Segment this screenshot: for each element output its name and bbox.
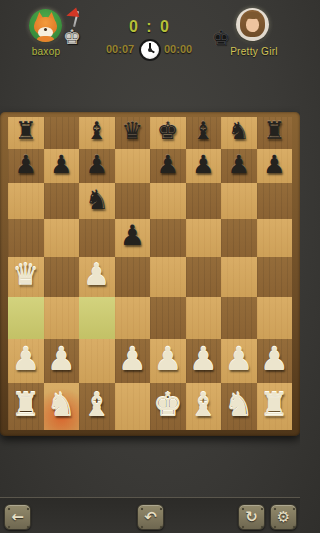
square-d6[interactable] [115,183,151,219]
square-g6[interactable] [221,183,257,219]
square-a3[interactable] [8,297,44,339]
white-pawn-c4[interactable]: ♟ [83,260,110,290]
top-bar: baxop ♚ 0 : 0 00:07 00:00 ♚ Pretty Girl [0,0,300,62]
black-pawn-e7[interactable]: ♟ [157,152,179,177]
board-squares: ♜♝♛♚♝♞♜♟♟♟♟♟♟♟♞♟♛♟♟♟♟♟♟♟♟♜♞♝♚♝♞♜ [8,117,292,430]
square-g8[interactable]: ♞ [221,117,257,149]
square-b3[interactable] [44,297,80,339]
white-score: 0 [129,18,140,35]
black-pawn-c7[interactable]: ♟ [86,152,108,177]
square-e8[interactable]: ♚ [150,117,186,149]
black-player-avatar [236,8,269,41]
square-b6[interactable] [44,183,80,219]
black-score: 0 [160,18,171,35]
undo-move-button[interactable]: ↶ [137,504,164,530]
black-pawn-b7[interactable]: ♟ [50,152,72,177]
black-pawn-d5[interactable]: ♟ [120,222,145,250]
black-knight-c6[interactable]: ♞ [85,186,109,213]
square-a2[interactable]: ♟ [8,339,44,383]
square-e4[interactable] [150,257,186,297]
white-pawn-d2[interactable]: ♟ [118,343,147,375]
chess-board-frame: ♜♝♛♚♝♞♜♟♟♟♟♟♟♟♞♟♛♟♟♟♟♟♟♟♟♜♞♝♚♝♞♜ [0,112,300,436]
square-h3[interactable] [257,297,293,339]
square-g5[interactable] [221,219,257,257]
black-queen-d8[interactable]: ♛ [121,119,143,143]
square-d4[interactable] [115,257,151,297]
white-bishop-f1[interactable]: ♝ [188,388,218,421]
square-a1[interactable]: ♜ [8,383,44,430]
square-b2[interactable]: ♟ [44,339,80,383]
white-pawn-h2[interactable]: ♟ [260,343,289,375]
square-b4[interactable] [44,257,80,297]
black-pawn-h7[interactable]: ♟ [263,152,285,177]
white-rook-a1[interactable]: ♜ [11,388,41,421]
square-e1[interactable]: ♚ [150,383,186,430]
square-d1[interactable] [115,383,151,430]
square-a7[interactable]: ♟ [8,149,44,183]
square-a6[interactable] [8,183,44,219]
square-c3[interactable] [79,297,115,339]
black-knight-g8[interactable]: ♞ [228,119,250,143]
square-f3[interactable] [186,297,222,339]
square-f6[interactable] [186,183,222,219]
square-g7[interactable]: ♟ [221,149,257,183]
white-knight-g1[interactable]: ♞ [224,388,254,421]
square-e5[interactable] [150,219,186,257]
white-rook-h1[interactable]: ♜ [259,388,289,421]
black-player-name: Pretty Girl [209,46,299,57]
square-b8[interactable] [44,117,80,149]
square-c5[interactable] [79,219,115,257]
black-rook-h8[interactable]: ♜ [263,119,285,143]
square-f2[interactable]: ♟ [186,339,222,383]
square-e3[interactable] [150,297,186,339]
black-rook-a8[interactable]: ♜ [15,119,37,143]
white-pawn-f2[interactable]: ♟ [189,343,218,375]
bottom-toolbar: ← ↶ ↻ ⚙ [0,497,300,533]
square-b1[interactable]: ♞ [44,383,80,430]
square-a5[interactable] [8,219,44,257]
black-king-e8[interactable]: ♚ [157,119,179,143]
clock-icon [139,39,161,61]
square-b7[interactable]: ♟ [44,149,80,183]
white-queen-a4[interactable]: ♛ [12,260,39,290]
square-h5[interactable] [257,219,293,257]
rotate-board-button[interactable]: ↻ [238,504,265,530]
square-d8[interactable]: ♛ [115,117,151,149]
square-a8[interactable]: ♜ [8,117,44,149]
square-c2[interactable] [79,339,115,383]
square-f1[interactable]: ♝ [186,383,222,430]
square-h4[interactable] [257,257,293,297]
square-a4[interactable]: ♛ [8,257,44,297]
rotate-icon: ↻ [245,510,258,525]
white-pawn-b2[interactable]: ♟ [47,343,76,375]
white-pawn-g2[interactable]: ♟ [224,343,253,375]
square-d3[interactable] [115,297,151,339]
square-h2[interactable]: ♟ [257,339,293,383]
square-d5[interactable]: ♟ [115,219,151,257]
square-f5[interactable] [186,219,222,257]
score-separator: : [146,18,153,35]
black-bishop-f8[interactable]: ♝ [192,119,214,143]
white-pawn-e2[interactable]: ♟ [153,343,182,375]
black-king-icon: ♚ [212,28,230,48]
square-c4[interactable]: ♟ [79,257,115,297]
back-button[interactable]: ← [4,504,31,530]
black-pawn-a7[interactable]: ♟ [15,152,37,177]
square-e6[interactable] [150,183,186,219]
back-arrow-icon: ← [11,510,24,525]
white-bishop-c1[interactable]: ♝ [82,388,112,421]
square-e7[interactable]: ♟ [150,149,186,183]
square-c8[interactable]: ♝ [79,117,115,149]
undo-icon: ↶ [144,510,157,525]
white-knight-b1[interactable]: ♞ [46,388,76,421]
square-c6[interactable]: ♞ [79,183,115,219]
white-king-e1[interactable]: ♚ [153,388,183,421]
square-h1[interactable]: ♜ [257,383,293,430]
square-f4[interactable] [186,257,222,297]
white-time: 00:07 [106,43,134,55]
square-g4[interactable] [221,257,257,297]
square-e2[interactable]: ♟ [150,339,186,383]
settings-button[interactable]: ⚙ [270,504,297,530]
square-c1[interactable]: ♝ [79,383,115,430]
square-h7[interactable]: ♟ [257,149,293,183]
black-bishop-c8[interactable]: ♝ [86,119,108,143]
black-pawn-g7[interactable]: ♟ [228,152,250,177]
square-g3[interactable] [221,297,257,339]
square-h8[interactable]: ♜ [257,117,293,149]
black-time: 00:00 [164,43,192,55]
white-pawn-a2[interactable]: ♟ [11,343,40,375]
square-f7[interactable]: ♟ [186,149,222,183]
square-f8[interactable]: ♝ [186,117,222,149]
square-d7[interactable] [115,149,151,183]
square-d2[interactable]: ♟ [115,339,151,383]
square-h6[interactable] [257,183,293,219]
square-b5[interactable] [44,219,80,257]
square-g1[interactable]: ♞ [221,383,257,430]
black-pawn-f7[interactable]: ♟ [192,152,214,177]
square-c7[interactable]: ♟ [79,149,115,183]
square-g2[interactable]: ♟ [221,339,257,383]
gear-icon: ⚙ [277,510,290,525]
